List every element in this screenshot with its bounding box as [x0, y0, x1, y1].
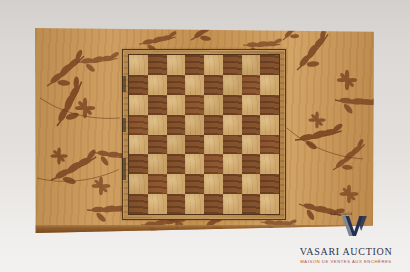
board-cell-c2 — [167, 174, 186, 194]
board-cell-h4 — [260, 135, 279, 155]
board-cell-a3 — [129, 154, 148, 174]
board-grid — [128, 54, 280, 215]
board-cell-d2 — [185, 174, 204, 194]
board-cell-a2 — [129, 174, 148, 194]
board-cell-f8 — [223, 55, 242, 75]
board-cell-d4 — [185, 135, 204, 155]
board-cell-d1 — [185, 194, 204, 214]
board-cell-b6 — [148, 95, 167, 115]
board-cell-d8 — [185, 55, 204, 75]
board-cell-e8 — [204, 55, 223, 75]
board-cell-b7 — [148, 75, 167, 95]
board-cell-h6 — [260, 95, 279, 115]
games-table-top: Lbignola — [35, 28, 374, 233]
board-cell-b8 — [148, 55, 167, 75]
board-cell-f1 — [223, 194, 242, 214]
board-cell-h5 — [260, 115, 279, 135]
board-cell-e7 — [204, 75, 223, 95]
board-cell-g5 — [242, 115, 261, 135]
board-cell-c1 — [167, 194, 186, 214]
auction-house-tagline: MAISON DE VENTES AUX ENCHÈRES — [291, 259, 401, 264]
board-cell-d5 — [185, 115, 204, 135]
board-cell-d6 — [185, 95, 204, 115]
board-cell-b2 — [148, 174, 167, 194]
board-cell-c8 — [167, 55, 186, 75]
watermark: VASARI AUCTION MAISON DE VENTES AUX ENCH… — [291, 246, 401, 264]
board-cell-c3 — [167, 154, 186, 174]
board-cell-d3 — [185, 154, 204, 174]
board-cell-e5 — [204, 115, 223, 135]
board-cell-b3 — [148, 154, 167, 174]
board-cell-b4 — [148, 135, 167, 155]
board-cell-a5 — [129, 115, 148, 135]
board-cell-f7 — [223, 75, 242, 95]
board-cell-h8 — [260, 55, 279, 75]
board-cell-c7 — [167, 75, 186, 95]
board-cell-h1 — [260, 194, 279, 214]
board-cell-a8 — [129, 55, 148, 75]
board-cell-d7 — [185, 75, 204, 95]
board-cell-e6 — [204, 95, 223, 115]
checkerboard-frame — [122, 49, 286, 220]
vasari-monogram-icon — [341, 214, 368, 238]
board-cell-c4 — [167, 135, 186, 155]
board-cell-a7 — [129, 75, 148, 95]
board-cell-g7 — [242, 75, 261, 95]
hinge-mark-icon — [122, 76, 126, 92]
board-cell-e1 — [204, 194, 223, 214]
board-cell-a1 — [129, 194, 148, 214]
board-cell-c5 — [167, 115, 186, 135]
auction-photo-page: { "scene": { "description": "Overhead au… — [0, 0, 410, 272]
board-cell-b5 — [148, 115, 167, 135]
hinge-mark-icon — [122, 158, 126, 180]
board-cell-a4 — [129, 135, 148, 155]
board-cell-g4 — [242, 135, 261, 155]
board-cell-e4 — [204, 135, 223, 155]
board-cell-e3 — [204, 154, 223, 174]
auction-house-name: VASARI AUCTION — [291, 246, 401, 257]
board-cell-f4 — [223, 135, 242, 155]
board-cell-f2 — [223, 174, 242, 194]
board-cell-e2 — [204, 174, 223, 194]
board-cell-f5 — [223, 115, 242, 135]
hinge-mark-icon — [122, 118, 126, 132]
board-cell-f6 — [223, 95, 242, 115]
board-cell-b1 — [148, 194, 167, 214]
table-edge — [35, 225, 374, 233]
board-cell-h3 — [260, 154, 279, 174]
board-cell-h2 — [260, 174, 279, 194]
board-cell-g2 — [242, 174, 261, 194]
board-cell-g6 — [242, 95, 261, 115]
board-cell-c6 — [167, 95, 186, 115]
board-cell-g8 — [242, 55, 261, 75]
board-cell-g1 — [242, 194, 261, 214]
board-cell-h7 — [260, 75, 279, 95]
board-cell-g3 — [242, 154, 261, 174]
board-cell-a6 — [129, 95, 148, 115]
board-cell-f3 — [223, 154, 242, 174]
